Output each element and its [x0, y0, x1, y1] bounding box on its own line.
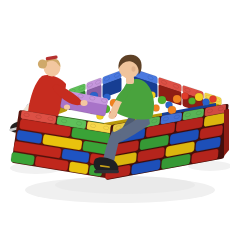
girl-hand-right	[80, 100, 87, 106]
boy-hand	[108, 113, 115, 119]
plastic-ball	[188, 97, 195, 104]
girl-hair-bun	[38, 59, 47, 68]
plastic-ball	[158, 96, 166, 104]
ball-pit-scene	[0, 0, 230, 230]
plastic-ball	[195, 93, 203, 101]
boy-shoe-sole	[94, 170, 119, 173]
plastic-ball	[173, 95, 181, 103]
plastic-ball	[209, 95, 216, 102]
plastic-ball	[181, 92, 188, 99]
girl-hand-left	[64, 104, 70, 109]
product-photo-stage	[0, 0, 230, 230]
plastic-ball	[202, 98, 209, 105]
east-corner-edge	[224, 109, 229, 156]
plastic-ball	[168, 106, 176, 114]
boy-ear	[132, 66, 136, 72]
